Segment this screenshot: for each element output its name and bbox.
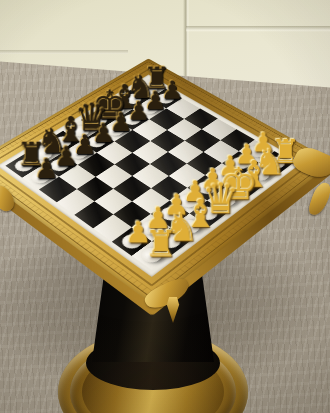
- board: ♜♞♝♛♚♝♞♜♟♟♟♟♟♟♟♟♟♟♟♟♟♟♟♟♜♞♝♛♚♝♞♜: [5, 79, 293, 270]
- black-pawn[interactable]: ♟: [33, 157, 59, 182]
- table-top-gold-frame: ♜♞♝♛♚♝♞♜♟♟♟♟♟♟♟♟♟♟♟♟♟♟♟♟♜♞♝♛♚♝♞♜: [0, 58, 330, 303]
- gold-rook[interactable]: ♜: [144, 227, 172, 260]
- board-white-margin: ♜♞♝♛♚♝♞♜♟♟♟♟♟♟♟♟♟♟♟♟♟♟♟♟♜♞♝♛♚♝♞♜: [0, 74, 302, 277]
- chess-table: ♜♞♝♛♚♝♞♜♟♟♟♟♟♟♟♟♟♟♟♟♟♟♟♟♜♞♝♛♚♝♞♜: [0, 0, 330, 413]
